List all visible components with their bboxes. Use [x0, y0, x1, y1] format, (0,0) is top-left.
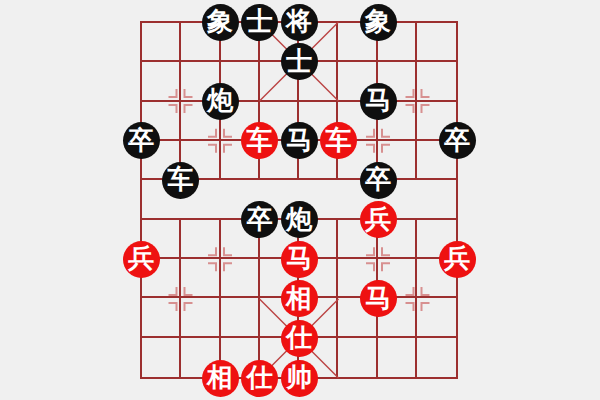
red-horse[interactable]: 马: [281, 241, 318, 278]
black-soldier[interactable]: 卒: [123, 122, 160, 159]
red-elephant[interactable]: 相: [281, 280, 318, 317]
pieces-layer: 象士将象士炮马卒车马车卒车卒卒炮兵兵马兵相马仕相仕帅: [140, 21, 458, 379]
red-chariot[interactable]: 车: [241, 122, 278, 159]
red-chariot[interactable]: 车: [320, 122, 357, 159]
black-cannon[interactable]: 炮: [202, 83, 239, 120]
xiangqi-board[interactable]: 象士将象士炮马卒车马车卒车卒卒炮兵兵马兵相马仕相仕帅: [140, 21, 458, 379]
black-elephant[interactable]: 象: [202, 4, 239, 41]
red-advisor[interactable]: 仕: [241, 360, 278, 397]
black-advisor[interactable]: 士: [241, 4, 278, 41]
black-horse[interactable]: 马: [281, 122, 318, 159]
xiangqi-app-window: 象士将象士炮马卒车马车卒车卒卒炮兵兵马兵相马仕相仕帅: [0, 0, 600, 400]
black-general[interactable]: 将: [281, 4, 318, 41]
red-advisor[interactable]: 仕: [281, 320, 318, 357]
black-horse[interactable]: 马: [360, 83, 397, 120]
black-soldier[interactable]: 卒: [360, 162, 397, 199]
black-advisor[interactable]: 士: [281, 43, 318, 80]
black-elephant[interactable]: 象: [360, 4, 397, 41]
red-general[interactable]: 帅: [281, 360, 318, 397]
black-soldier[interactable]: 卒: [439, 122, 476, 159]
red-soldier[interactable]: 兵: [123, 241, 160, 278]
black-soldier[interactable]: 卒: [241, 201, 278, 238]
red-horse[interactable]: 马: [360, 280, 397, 317]
black-cannon[interactable]: 炮: [281, 201, 318, 238]
red-elephant[interactable]: 相: [202, 360, 239, 397]
red-soldier[interactable]: 兵: [439, 241, 476, 278]
red-soldier[interactable]: 兵: [360, 201, 397, 238]
black-chariot[interactable]: 车: [162, 162, 199, 199]
